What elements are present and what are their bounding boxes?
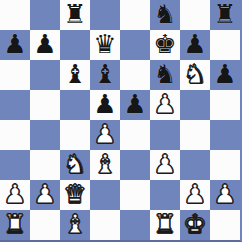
square-f1[interactable]: ♜: [150, 210, 180, 240]
piece-black-pawn[interactable]: ♟: [213, 61, 236, 87]
piece-white-pawn[interactable]: ♟: [153, 151, 176, 177]
piece-white-rook[interactable]: ♜: [153, 211, 176, 237]
square-f5[interactable]: ♟: [150, 90, 180, 120]
square-g8[interactable]: [180, 0, 210, 30]
square-a1[interactable]: ♜: [0, 210, 30, 240]
square-b7[interactable]: ♟: [30, 30, 60, 60]
square-a6[interactable]: [0, 60, 30, 90]
square-d7[interactable]: ♛: [90, 30, 120, 60]
square-c8[interactable]: ♜: [60, 0, 90, 30]
square-g7[interactable]: ♟: [180, 30, 210, 60]
piece-white-bishop[interactable]: ♝: [63, 211, 86, 237]
square-g5[interactable]: [180, 90, 210, 120]
square-d6[interactable]: ♝: [90, 60, 120, 90]
square-g4[interactable]: [180, 120, 210, 150]
piece-black-rook[interactable]: ♜: [63, 1, 86, 27]
square-f7[interactable]: ♚: [150, 30, 180, 60]
piece-white-pawn[interactable]: ♟: [213, 181, 236, 207]
square-f3[interactable]: ♟: [150, 150, 180, 180]
square-f6[interactable]: ♞: [150, 60, 180, 90]
square-f4[interactable]: [150, 120, 180, 150]
chess-board: ♜♞♜♟♟♛♚♟♝♝♞♞♟♟♟♟♟♞♝♟♟♟♛♟♟♜♝♜♚: [0, 0, 242, 242]
piece-black-pawn[interactable]: ♟: [93, 91, 116, 117]
square-d5[interactable]: ♟: [90, 90, 120, 120]
piece-black-pawn[interactable]: ♟: [3, 31, 26, 57]
square-d1[interactable]: [90, 210, 120, 240]
piece-white-pawn[interactable]: ♟: [33, 181, 56, 207]
piece-black-knight[interactable]: ♞: [153, 1, 176, 27]
square-f2[interactable]: [150, 180, 180, 210]
square-d2[interactable]: [90, 180, 120, 210]
piece-black-queen[interactable]: ♛: [93, 31, 116, 57]
piece-white-knight[interactable]: ♞: [183, 61, 206, 87]
piece-white-pawn[interactable]: ♟: [93, 121, 116, 147]
square-a3[interactable]: [0, 150, 30, 180]
square-c1[interactable]: ♝: [60, 210, 90, 240]
square-h2[interactable]: ♟: [210, 180, 240, 210]
piece-white-bishop[interactable]: ♝: [93, 151, 116, 177]
square-c7[interactable]: [60, 30, 90, 60]
square-h5[interactable]: [210, 90, 240, 120]
square-g6[interactable]: ♞: [180, 60, 210, 90]
square-a7[interactable]: ♟: [0, 30, 30, 60]
square-d4[interactable]: ♟: [90, 120, 120, 150]
piece-black-rook[interactable]: ♜: [213, 1, 236, 27]
square-b2[interactable]: ♟: [30, 180, 60, 210]
square-e1[interactable]: [120, 210, 150, 240]
square-c5[interactable]: [60, 90, 90, 120]
square-h8[interactable]: ♜: [210, 0, 240, 30]
square-e6[interactable]: [120, 60, 150, 90]
square-b4[interactable]: [30, 120, 60, 150]
piece-black-king[interactable]: ♚: [153, 31, 176, 57]
piece-white-pawn[interactable]: ♟: [183, 181, 206, 207]
piece-white-pawn[interactable]: ♟: [3, 181, 26, 207]
piece-white-knight[interactable]: ♞: [63, 151, 86, 177]
square-g1[interactable]: ♚: [180, 210, 210, 240]
square-g3[interactable]: [180, 150, 210, 180]
square-c2[interactable]: ♛: [60, 180, 90, 210]
square-e4[interactable]: [120, 120, 150, 150]
piece-white-pawn[interactable]: ♟: [153, 91, 176, 117]
square-b3[interactable]: [30, 150, 60, 180]
square-d3[interactable]: ♝: [90, 150, 120, 180]
square-h3[interactable]: [210, 150, 240, 180]
square-a2[interactable]: ♟: [0, 180, 30, 210]
square-e3[interactable]: [120, 150, 150, 180]
piece-white-king[interactable]: ♚: [183, 211, 206, 237]
square-h6[interactable]: ♟: [210, 60, 240, 90]
square-h1[interactable]: [210, 210, 240, 240]
square-e7[interactable]: [120, 30, 150, 60]
piece-black-knight[interactable]: ♞: [153, 61, 176, 87]
piece-white-rook[interactable]: ♜: [3, 211, 26, 237]
square-f8[interactable]: ♞: [150, 0, 180, 30]
square-c4[interactable]: [60, 120, 90, 150]
square-h4[interactable]: [210, 120, 240, 150]
square-g2[interactable]: ♟: [180, 180, 210, 210]
piece-black-pawn[interactable]: ♟: [183, 31, 206, 57]
square-b5[interactable]: [30, 90, 60, 120]
square-a5[interactable]: [0, 90, 30, 120]
square-b1[interactable]: [30, 210, 60, 240]
square-a4[interactable]: [0, 120, 30, 150]
piece-black-bishop[interactable]: ♝: [63, 61, 86, 87]
piece-black-bishop[interactable]: ♝: [93, 61, 116, 87]
square-c3[interactable]: ♞: [60, 150, 90, 180]
square-e2[interactable]: [120, 180, 150, 210]
square-e5[interactable]: ♟: [120, 90, 150, 120]
square-h7[interactable]: [210, 30, 240, 60]
piece-black-pawn[interactable]: ♟: [33, 31, 56, 57]
square-c6[interactable]: ♝: [60, 60, 90, 90]
square-b6[interactable]: [30, 60, 60, 90]
square-b8[interactable]: [30, 0, 60, 30]
square-a8[interactable]: [0, 0, 30, 30]
square-e8[interactable]: [120, 0, 150, 30]
piece-black-pawn[interactable]: ♟: [123, 91, 146, 117]
piece-white-queen[interactable]: ♛: [63, 181, 86, 207]
square-d8[interactable]: [90, 0, 120, 30]
